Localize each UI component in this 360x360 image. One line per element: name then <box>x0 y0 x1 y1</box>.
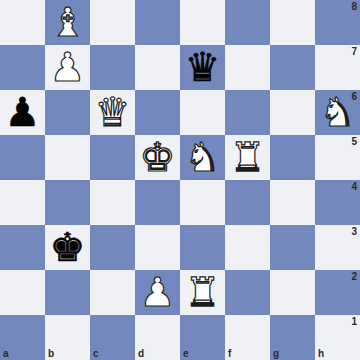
white-rook-piece[interactable]: ♜ <box>185 272 221 312</box>
file-label-d: d <box>138 348 144 359</box>
file-label-a: a <box>3 348 9 359</box>
file-label-b: b <box>48 348 54 359</box>
rank-label-7: 7 <box>351 46 357 57</box>
square-b5[interactable] <box>45 135 90 180</box>
square-b4[interactable] <box>45 180 90 225</box>
square-h2[interactable]: 2 <box>315 270 360 315</box>
chess-board: ♝8♟♛7♟♛♞6♚♞♜54♚3♟♜2abcdefg1h <box>0 0 360 360</box>
square-d3[interactable] <box>135 225 180 270</box>
square-g6[interactable] <box>270 90 315 135</box>
square-c4[interactable] <box>90 180 135 225</box>
square-h6[interactable]: ♞6 <box>315 90 360 135</box>
square-e4[interactable] <box>180 180 225 225</box>
square-a6[interactable]: ♟ <box>0 90 45 135</box>
square-b6[interactable] <box>45 90 90 135</box>
square-h7[interactable]: 7 <box>315 45 360 90</box>
square-g1[interactable]: g <box>270 315 315 360</box>
square-c1[interactable]: c <box>90 315 135 360</box>
square-a7[interactable] <box>0 45 45 90</box>
square-d2[interactable]: ♟ <box>135 270 180 315</box>
white-knight-piece[interactable]: ♞ <box>185 137 221 177</box>
square-d1[interactable]: d <box>135 315 180 360</box>
square-d4[interactable] <box>135 180 180 225</box>
white-king-piece[interactable]: ♚ <box>140 137 176 177</box>
square-a4[interactable] <box>0 180 45 225</box>
black-queen-piece[interactable]: ♛ <box>185 47 221 87</box>
square-a8[interactable] <box>0 0 45 45</box>
square-g2[interactable] <box>270 270 315 315</box>
black-pawn-piece[interactable]: ♟ <box>5 92 41 132</box>
file-label-c: c <box>93 348 99 359</box>
file-label-e: e <box>183 348 189 359</box>
square-f6[interactable] <box>225 90 270 135</box>
rank-label-1: 1 <box>351 316 357 327</box>
white-rook-piece[interactable]: ♜ <box>230 137 266 177</box>
square-h3[interactable]: 3 <box>315 225 360 270</box>
rank-label-2: 2 <box>351 271 357 282</box>
square-e3[interactable] <box>180 225 225 270</box>
square-e2[interactable]: ♜ <box>180 270 225 315</box>
rank-label-8: 8 <box>351 1 357 12</box>
square-e1[interactable]: e <box>180 315 225 360</box>
square-b7[interactable]: ♟ <box>45 45 90 90</box>
rank-label-3: 3 <box>351 226 357 237</box>
square-a3[interactable] <box>0 225 45 270</box>
square-f1[interactable]: f <box>225 315 270 360</box>
square-c5[interactable] <box>90 135 135 180</box>
square-g7[interactable] <box>270 45 315 90</box>
square-e7[interactable]: ♛ <box>180 45 225 90</box>
white-bishop-piece[interactable]: ♝ <box>50 2 86 42</box>
square-c2[interactable] <box>90 270 135 315</box>
square-d5[interactable]: ♚ <box>135 135 180 180</box>
square-b8[interactable]: ♝ <box>45 0 90 45</box>
white-knight-piece[interactable]: ♞ <box>320 92 356 132</box>
file-label-h: h <box>318 348 324 359</box>
square-f2[interactable] <box>225 270 270 315</box>
white-pawn-piece[interactable]: ♟ <box>50 47 86 87</box>
square-a1[interactable]: a <box>0 315 45 360</box>
square-d7[interactable] <box>135 45 180 90</box>
square-c6[interactable]: ♛ <box>90 90 135 135</box>
square-g5[interactable] <box>270 135 315 180</box>
square-e6[interactable] <box>180 90 225 135</box>
square-d8[interactable] <box>135 0 180 45</box>
square-g4[interactable] <box>270 180 315 225</box>
square-g8[interactable] <box>270 0 315 45</box>
square-c8[interactable] <box>90 0 135 45</box>
white-queen-piece[interactable]: ♛ <box>95 92 131 132</box>
square-h5[interactable]: 5 <box>315 135 360 180</box>
square-h1[interactable]: 1h <box>315 315 360 360</box>
square-d6[interactable] <box>135 90 180 135</box>
square-c3[interactable] <box>90 225 135 270</box>
square-g3[interactable] <box>270 225 315 270</box>
square-b1[interactable]: b <box>45 315 90 360</box>
square-b2[interactable] <box>45 270 90 315</box>
square-e8[interactable] <box>180 0 225 45</box>
square-f7[interactable] <box>225 45 270 90</box>
square-h8[interactable]: 8 <box>315 0 360 45</box>
square-f3[interactable] <box>225 225 270 270</box>
rank-label-4: 4 <box>351 181 357 192</box>
square-h4[interactable]: 4 <box>315 180 360 225</box>
square-f5[interactable]: ♜ <box>225 135 270 180</box>
black-king-piece[interactable]: ♚ <box>50 227 86 267</box>
square-f8[interactable] <box>225 0 270 45</box>
square-f4[interactable] <box>225 180 270 225</box>
square-a5[interactable] <box>0 135 45 180</box>
square-e5[interactable]: ♞ <box>180 135 225 180</box>
file-label-f: f <box>228 348 231 359</box>
white-pawn-piece[interactable]: ♟ <box>140 272 176 312</box>
file-label-g: g <box>273 348 279 359</box>
square-c7[interactable] <box>90 45 135 90</box>
square-b3[interactable]: ♚ <box>45 225 90 270</box>
rank-label-5: 5 <box>351 136 357 147</box>
square-a2[interactable] <box>0 270 45 315</box>
